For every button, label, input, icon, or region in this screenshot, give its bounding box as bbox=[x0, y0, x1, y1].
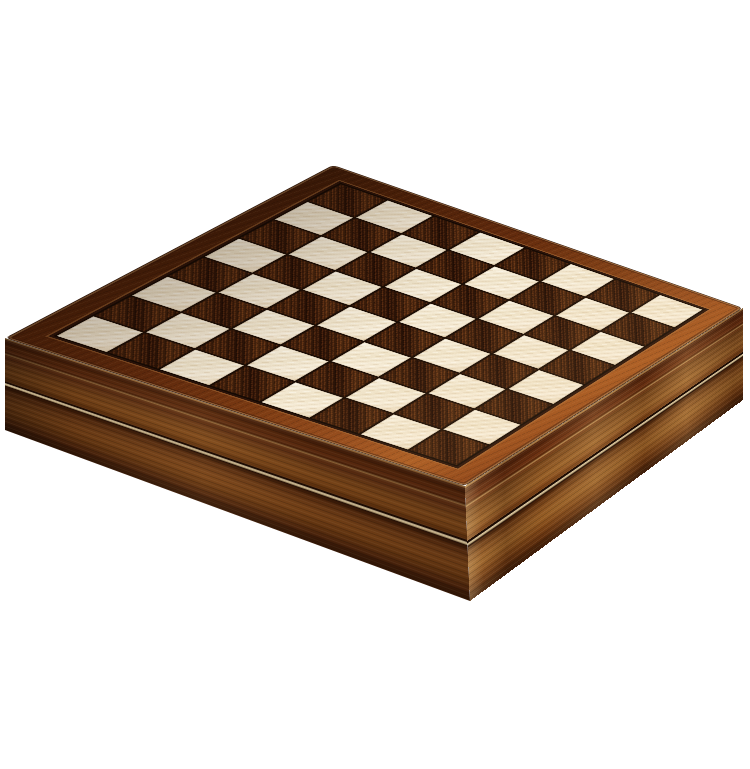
chess-box-photo bbox=[0, 0, 750, 769]
